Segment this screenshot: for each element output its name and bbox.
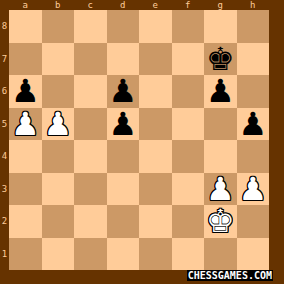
file-label-f: f [172, 0, 205, 10]
square-g1[interactable] [204, 238, 237, 271]
square-f1[interactable] [172, 238, 205, 271]
square-g7[interactable]: ♚ [204, 43, 237, 76]
square-a4[interactable] [9, 140, 42, 173]
square-f6[interactable] [172, 75, 205, 108]
square-a7[interactable] [9, 43, 42, 76]
square-b5[interactable]: ♟ [42, 108, 75, 141]
rank-label-2: 2 [0, 205, 9, 238]
file-label-g: g [204, 0, 237, 10]
chess-board: ♚♟♟♟♟♟♟♟♟♟♚ [9, 10, 269, 270]
square-d1[interactable] [107, 238, 140, 271]
square-a6[interactable]: ♟ [9, 75, 42, 108]
square-g4[interactable] [204, 140, 237, 173]
square-d7[interactable] [107, 43, 140, 76]
square-c7[interactable] [74, 43, 107, 76]
square-g8[interactable] [204, 10, 237, 43]
chessgames-watermark: CHESSGAMES.COM [187, 270, 273, 281]
rank-label-1: 1 [0, 238, 9, 271]
square-b2[interactable] [42, 205, 75, 238]
file-labels: abcdefgh [9, 0, 269, 10]
white-pawn: ♟ [206, 173, 235, 205]
file-label-c: c [74, 0, 107, 10]
square-g3[interactable]: ♟ [204, 173, 237, 206]
square-e6[interactable] [139, 75, 172, 108]
square-e5[interactable] [139, 108, 172, 141]
square-a2[interactable] [9, 205, 42, 238]
white-king: ♚ [206, 205, 235, 237]
black-pawn: ♟ [108, 108, 137, 140]
file-label-a: a [9, 0, 42, 10]
white-pawn: ♟ [11, 108, 40, 140]
file-label-d: d [107, 0, 140, 10]
square-e8[interactable] [139, 10, 172, 43]
square-f8[interactable] [172, 10, 205, 43]
square-d5[interactable]: ♟ [107, 108, 140, 141]
square-h2[interactable] [237, 205, 270, 238]
square-d6[interactable]: ♟ [107, 75, 140, 108]
white-pawn: ♟ [238, 173, 267, 205]
chess-diagram: abcdefgh 87654321 ♚♟♟♟♟♟♟♟♟♟♚ CHESSGAMES… [0, 0, 284, 284]
square-f2[interactable] [172, 205, 205, 238]
square-c1[interactable] [74, 238, 107, 271]
rank-label-3: 3 [0, 173, 9, 206]
square-a3[interactable] [9, 173, 42, 206]
square-c5[interactable] [74, 108, 107, 141]
square-c6[interactable] [74, 75, 107, 108]
square-e2[interactable] [139, 205, 172, 238]
rank-labels: 87654321 [0, 10, 9, 270]
square-d8[interactable] [107, 10, 140, 43]
rank-label-8: 8 [0, 10, 9, 43]
square-b6[interactable] [42, 75, 75, 108]
square-h7[interactable] [237, 43, 270, 76]
square-g6[interactable]: ♟ [204, 75, 237, 108]
rank-label-6: 6 [0, 75, 9, 108]
rank-label-5: 5 [0, 108, 9, 141]
square-b8[interactable] [42, 10, 75, 43]
square-c4[interactable] [74, 140, 107, 173]
square-h6[interactable] [237, 75, 270, 108]
square-a5[interactable]: ♟ [9, 108, 42, 141]
file-label-b: b [42, 0, 75, 10]
black-pawn: ♟ [108, 75, 137, 107]
square-b3[interactable] [42, 173, 75, 206]
square-h3[interactable]: ♟ [237, 173, 270, 206]
square-c2[interactable] [74, 205, 107, 238]
square-e3[interactable] [139, 173, 172, 206]
black-king: ♚ [206, 43, 235, 75]
square-g5[interactable] [204, 108, 237, 141]
black-pawn: ♟ [238, 108, 267, 140]
square-d4[interactable] [107, 140, 140, 173]
square-e7[interactable] [139, 43, 172, 76]
file-label-e: e [139, 0, 172, 10]
square-f5[interactable] [172, 108, 205, 141]
square-e1[interactable] [139, 238, 172, 271]
square-c3[interactable] [74, 173, 107, 206]
square-f4[interactable] [172, 140, 205, 173]
square-b4[interactable] [42, 140, 75, 173]
square-b7[interactable] [42, 43, 75, 76]
square-d2[interactable] [107, 205, 140, 238]
file-label-h: h [237, 0, 270, 10]
square-b1[interactable] [42, 238, 75, 271]
square-d3[interactable] [107, 173, 140, 206]
square-f7[interactable] [172, 43, 205, 76]
square-f3[interactable] [172, 173, 205, 206]
rank-label-4: 4 [0, 140, 9, 173]
square-h1[interactable] [237, 238, 270, 271]
square-h5[interactable]: ♟ [237, 108, 270, 141]
square-h4[interactable] [237, 140, 270, 173]
square-a8[interactable] [9, 10, 42, 43]
black-pawn: ♟ [11, 75, 40, 107]
black-pawn: ♟ [206, 75, 235, 107]
rank-label-7: 7 [0, 43, 9, 76]
square-a1[interactable] [9, 238, 42, 271]
square-c8[interactable] [74, 10, 107, 43]
square-g2[interactable]: ♚ [204, 205, 237, 238]
white-pawn: ♟ [43, 108, 72, 140]
square-e4[interactable] [139, 140, 172, 173]
square-h8[interactable] [237, 10, 270, 43]
